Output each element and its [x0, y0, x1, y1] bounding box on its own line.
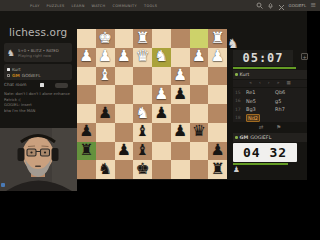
move-row: 16 Ne5 g5: [233, 97, 307, 106]
black-knight[interactable]: ♞: [98, 162, 112, 178]
white-knight[interactable]: ♞: [154, 49, 168, 65]
opponent-player-bar: Kurt: [233, 70, 307, 79]
square-a7[interactable]: ♟: [208, 142, 227, 161]
nav-item-watch[interactable]: WATCH: [92, 4, 106, 8]
black-queen[interactable]: ♛: [192, 124, 206, 140]
white-pawn[interactable]: ♟: [192, 49, 206, 65]
square-g1[interactable]: ♚: [96, 29, 115, 48]
move-black[interactable]: g5: [275, 98, 304, 104]
player-time-bar: [233, 163, 288, 165]
move-white[interactable]: Re1: [246, 89, 275, 95]
prev-move-button[interactable]: ‹: [259, 81, 261, 86]
square-d4[interactable]: ♟: [152, 85, 171, 104]
game-status-label: Playing right now: [18, 53, 59, 58]
black-color-icon: [7, 74, 10, 77]
takeback-icon[interactable]: ⇄: [259, 125, 264, 131]
time-control-label: 5+0 • BLITZ • RATED: [18, 48, 59, 53]
square-c2[interactable]: [171, 48, 190, 67]
move-row: 15 Re1 Qb6: [233, 88, 307, 97]
square-b4[interactable]: [190, 85, 209, 104]
black-pawn[interactable]: ♟: [98, 106, 112, 122]
player-title: GM: [240, 135, 249, 140]
bell-icon[interactable]: [267, 2, 274, 9]
player-bar: GM GOGIEFL: [233, 133, 307, 142]
square-b2[interactable]: ♟: [190, 48, 209, 67]
lichess-logo[interactable]: lichess.org: [9, 26, 67, 38]
square-d6[interactable]: [152, 123, 171, 142]
square-b6[interactable]: ♛: [190, 123, 209, 142]
white-knight[interactable]: ♞: [136, 106, 150, 122]
square-b8[interactable]: [190, 160, 209, 179]
move-number: 17: [235, 107, 246, 112]
player-clock-active: 04 32: [233, 143, 297, 162]
square-f8[interactable]: [115, 160, 134, 179]
black-pawn[interactable]: ♟: [79, 124, 93, 140]
black-pawn[interactable]: ♟: [173, 124, 187, 140]
square-a1[interactable]: ♜: [208, 29, 227, 48]
resign-flag-icon[interactable]: ⚑: [276, 125, 281, 131]
black-bishop[interactable]: ♝: [136, 124, 150, 140]
move-number: 16: [235, 98, 246, 103]
move-black[interactable]: Qb6: [275, 89, 304, 95]
headphone-cup-right: [52, 148, 59, 161]
move-black[interactable]: Rh7: [275, 106, 304, 112]
nav-item-puzzles[interactable]: PUZZLES: [47, 4, 65, 8]
next-move-button[interactable]: ›: [268, 81, 270, 86]
move-number: 18: [235, 115, 246, 120]
online-dot: [235, 73, 238, 76]
square-h8[interactable]: [77, 160, 96, 179]
online-dot: [235, 136, 238, 139]
player-name-link[interactable]: GOGIEFL: [250, 135, 271, 140]
page-background: lichess.org ♞ 5+0 • BLITZ • RATED Playin…: [0, 11, 307, 180]
square-b7[interactable]: [190, 142, 209, 161]
white-color-icon: [7, 68, 10, 71]
black-bishop[interactable]: ♝: [136, 143, 150, 159]
knight-icon: ♞: [7, 48, 15, 58]
square-g7[interactable]: [96, 142, 115, 161]
move-list: 15 Re1 Qb6 16 Ne5 g5 17 Bg3 Rh7 18 Nd2: [233, 88, 307, 122]
square-a4[interactable]: [208, 85, 227, 104]
black-pawn[interactable]: ♟: [173, 87, 187, 103]
search-icon[interactable]: [256, 2, 263, 9]
chat-toggle-checkbox[interactable]: [40, 83, 44, 87]
square-g2[interactable]: ♟: [96, 48, 115, 67]
black-rook[interactable]: ♜: [79, 143, 93, 159]
nav-item-play[interactable]: PLAY: [30, 4, 40, 8]
square-e1[interactable]: ♜: [133, 29, 152, 48]
move-navigation: « ‹ › » ▦: [233, 80, 307, 87]
streamer-webcam: [0, 128, 77, 180]
current-move[interactable]: Nd2: [246, 114, 260, 122]
chat-message: btw I'm the MAN: [4, 108, 76, 114]
square-h6[interactable]: ♟: [77, 123, 96, 142]
square-g3[interactable]: ♝: [96, 67, 115, 86]
square-b5[interactable]: [190, 104, 209, 123]
square-c8[interactable]: [171, 160, 190, 179]
headphone-cup-left: [18, 148, 25, 161]
square-g8[interactable]: ♞: [96, 160, 115, 179]
square-a5[interactable]: [208, 104, 227, 123]
white-bishop[interactable]: ♝: [98, 68, 112, 84]
square-c7[interactable]: [171, 142, 190, 161]
black-king[interactable]: ♚: [136, 162, 150, 178]
move-white[interactable]: Ne5: [246, 98, 275, 104]
white-pawn[interactable]: ♟: [79, 49, 93, 65]
square-g5[interactable]: ♟: [96, 104, 115, 123]
square-b3[interactable]: [190, 67, 209, 86]
mouth: [35, 166, 41, 168]
square-d5[interactable]: ♟: [152, 104, 171, 123]
square-f4[interactable]: [115, 85, 134, 104]
chat-room-header: Chat room: [4, 82, 27, 87]
move-row: 17 Bg3 Rh7: [233, 105, 307, 114]
chat-settings-toggle[interactable]: [55, 83, 68, 88]
white-pawn[interactable]: ♟: [98, 49, 112, 65]
square-d3[interactable]: [152, 67, 171, 86]
white-queen[interactable]: ♛: [136, 49, 150, 65]
black-player-title: GM: [12, 73, 20, 78]
square-a8[interactable]: ♜: [208, 160, 227, 179]
square-h1[interactable]: [77, 29, 96, 48]
square-b1[interactable]: [190, 29, 209, 48]
nav-item-learn[interactable]: LEARN: [72, 4, 85, 8]
white-knight-indicator-icon: ♞: [227, 36, 239, 51]
chess-board: ♚♜♜♟♟♟♛♞♟♟♝♟♟♟♟♞♟♟♝♟♛♜♟♝♟♞♚♜: [77, 29, 227, 179]
square-f2[interactable]: ♟: [115, 48, 134, 67]
square-c4[interactable]: ♟: [171, 85, 190, 104]
square-f7[interactable]: ♟: [115, 142, 134, 161]
top-nav: PLAY PUZZLES LEARN WATCH COMMUNITY TOOLS…: [0, 0, 320, 11]
opponent-clock: 05:07: [233, 50, 293, 66]
square-f1[interactable]: [115, 29, 134, 48]
challenge-swords-icon[interactable]: [278, 0, 285, 15]
square-e4[interactable]: [133, 85, 152, 104]
square-d8[interactable]: [152, 160, 171, 179]
white-pawn[interactable]: ♟: [173, 68, 187, 84]
captured-pawn-icon: ♟: [233, 165, 240, 174]
square-g4[interactable]: [96, 85, 115, 104]
game-action-buttons: ⇄ ⚑: [233, 123, 307, 132]
last-move-button[interactable]: »: [277, 81, 280, 86]
square-h5[interactable]: [77, 104, 96, 123]
square-a6[interactable]: [208, 123, 227, 142]
square-c6[interactable]: ♟: [171, 123, 190, 142]
square-h2[interactable]: ♟: [77, 48, 96, 67]
square-f5[interactable]: [115, 104, 134, 123]
white-pawn[interactable]: ♟: [117, 49, 131, 65]
move-number: 15: [235, 90, 246, 95]
first-move-button[interactable]: «: [249, 81, 252, 86]
hamburger-menu-icon[interactable]: ≡: [310, 0, 316, 11]
square-a2[interactable]: ♟: [208, 48, 227, 67]
black-pawn[interactable]: ♟: [211, 143, 225, 159]
square-c5[interactable]: [171, 104, 190, 123]
chat-message: Nate: don't I don't I alone enhance: [4, 91, 76, 97]
square-a3[interactable]: [208, 67, 227, 86]
opponent-name-link[interactable]: Kurt: [240, 72, 250, 77]
chat-messages: Nate: don't I don't I alone enhance Patr…: [4, 91, 76, 113]
players-box: Kurt GM GOGIEFL: [4, 64, 72, 80]
square-c1[interactable]: [171, 29, 190, 48]
square-h7[interactable]: ♜: [77, 142, 96, 161]
nav-item-community[interactable]: COMMUNITY: [113, 4, 137, 8]
white-rook[interactable]: ♜: [211, 31, 225, 47]
game-info-box: ♞ 5+0 • BLITZ • RATED Playing right now: [4, 43, 72, 62]
square-d1[interactable]: [152, 29, 171, 48]
square-c3[interactable]: ♟: [171, 67, 190, 86]
nav-username[interactable]: GOGIEFL: [289, 3, 307, 8]
square-e5[interactable]: ♞: [133, 104, 152, 123]
square-e3[interactable]: [133, 67, 152, 86]
black-player-link[interactable]: GOGIEFL: [22, 73, 41, 78]
white-rook[interactable]: ♜: [136, 31, 150, 47]
white-pawn[interactable]: ♟: [211, 49, 225, 65]
square-e2[interactable]: ♛: [133, 48, 152, 67]
nav-item-tools[interactable]: TOOLS: [144, 4, 157, 8]
give-time-button[interactable]: +: [301, 53, 308, 60]
black-rook[interactable]: ♜: [211, 162, 225, 178]
square-h4[interactable]: [77, 85, 96, 104]
move-row: 18 Nd2: [233, 114, 307, 123]
white-king[interactable]: ♚: [98, 31, 112, 47]
square-d7[interactable]: [152, 142, 171, 161]
square-f3[interactable]: [115, 67, 134, 86]
white-pawn[interactable]: ♟: [154, 87, 168, 103]
square-d2[interactable]: ♞: [152, 48, 171, 67]
square-g6[interactable]: [96, 123, 115, 142]
square-e6[interactable]: ♝: [133, 123, 152, 142]
white-player-link[interactable]: Kurt: [12, 67, 21, 72]
square-f6[interactable]: [115, 123, 134, 142]
move-white[interactable]: Bg3: [246, 106, 275, 112]
analysis-board-button[interactable]: ▦: [286, 81, 290, 86]
black-pawn[interactable]: ♟: [117, 143, 131, 159]
opponent-time-bar: [233, 67, 296, 69]
square-e8[interactable]: ♚: [133, 160, 152, 179]
black-pawn[interactable]: ♟: [154, 106, 168, 122]
square-h3[interactable]: [77, 67, 96, 86]
square-e7[interactable]: ♝: [133, 142, 152, 161]
